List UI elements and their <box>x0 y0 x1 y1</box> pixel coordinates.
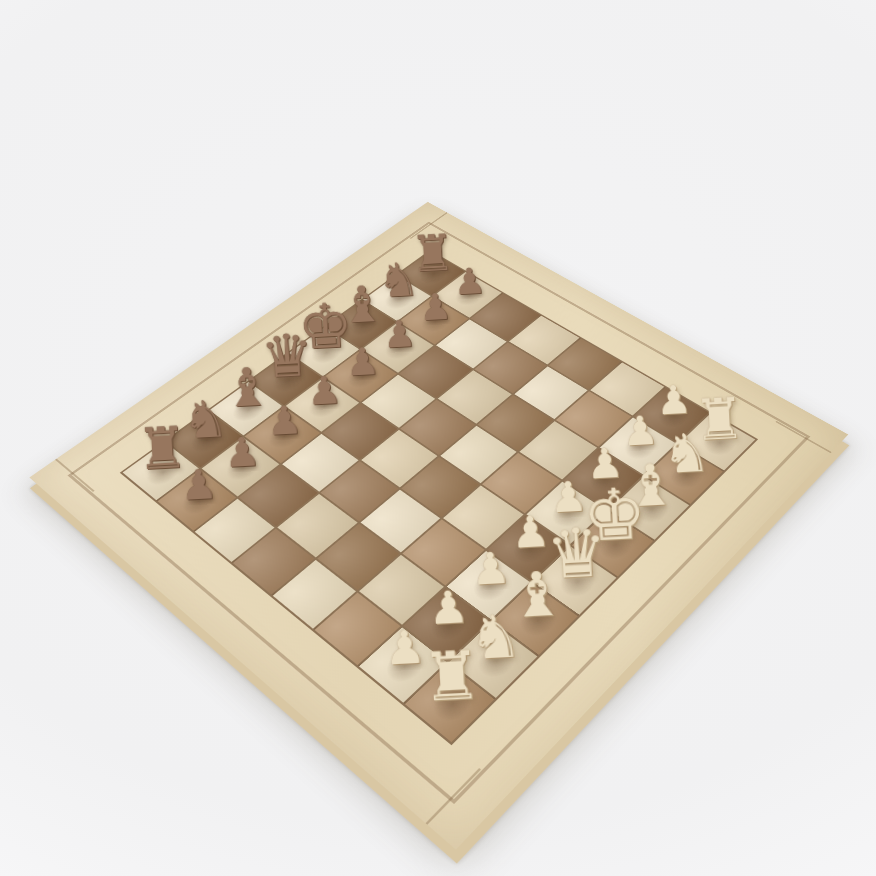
piece-black-pawn-a7[interactable]: ♟ <box>165 462 233 506</box>
frame-corner-seam <box>426 768 481 825</box>
piece-white-rook-a1[interactable]: ♜ <box>413 641 492 712</box>
studio-background: ♜♞♝♛♚♝♞♜♟♟♟♟♟♟♟♟♟♟♟♟♟♟♟♟♜♞♝♛♚♝♞♜ <box>0 0 876 876</box>
scene: ♜♞♝♛♚♝♞♜♟♟♟♟♟♟♟♟♟♟♟♟♟♟♟♟♜♞♝♛♚♝♞♜ <box>0 0 876 876</box>
camera-tilt: ♜♞♝♛♚♝♞♜♟♟♟♟♟♟♟♟♟♟♟♟♟♟♟♟♜♞♝♛♚♝♞♜ <box>0 0 876 876</box>
chess-board: ♜♞♝♛♚♝♞♜♟♟♟♟♟♟♟♟♟♟♟♟♟♟♟♟♜♞♝♛♚♝♞♜ <box>29 202 848 850</box>
